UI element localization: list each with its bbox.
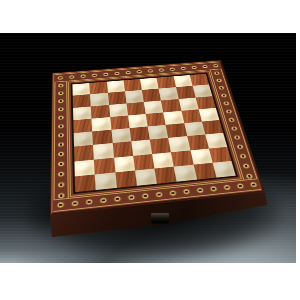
ornament-border-left xyxy=(54,81,69,199)
board-square-a1 xyxy=(75,174,96,192)
board-square-b1 xyxy=(95,172,116,190)
board-square-h1 xyxy=(212,161,235,178)
page-background xyxy=(0,0,300,300)
latch xyxy=(151,213,169,223)
chess-box-top xyxy=(50,60,265,215)
board-square-c1 xyxy=(115,170,137,188)
product-photo xyxy=(0,33,296,263)
chessboard xyxy=(71,73,239,195)
board-square-d1 xyxy=(135,168,157,185)
